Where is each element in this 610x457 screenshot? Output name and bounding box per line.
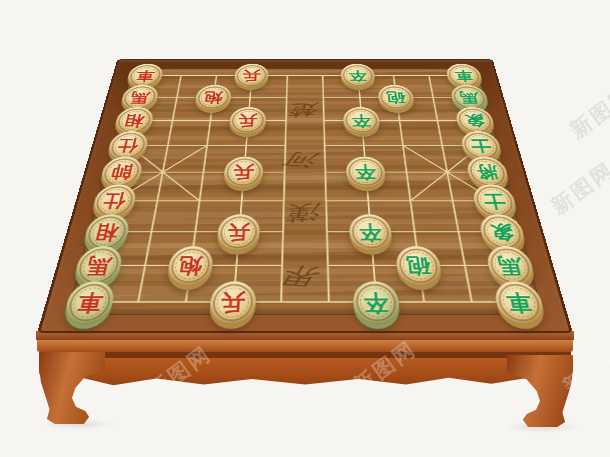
- piece-red-elephant[interactable]: 相: [81, 214, 132, 250]
- piece-green-horse[interactable]: 馬: [484, 246, 537, 285]
- piece-green-soldier[interactable]: 卒: [352, 281, 401, 324]
- piece-character: 卒: [348, 69, 367, 82]
- piece-character: 車: [504, 291, 534, 314]
- piece-red-chariot[interactable]: 車: [62, 281, 118, 324]
- piece-red-horse[interactable]: 馬: [72, 246, 125, 285]
- piece-red-elephant[interactable]: 相: [113, 107, 156, 134]
- piece-green-cannon[interactable]: 砲: [395, 246, 444, 285]
- site-watermark: 新图网: [565, 80, 610, 145]
- piece-red-soldier[interactable]: 兵: [216, 214, 261, 250]
- piece-green-soldier[interactable]: 卒: [345, 157, 386, 188]
- piece-character: 象: [488, 222, 515, 241]
- piece-character: 將: [475, 164, 500, 181]
- piece-character: 兵: [220, 291, 246, 314]
- piece-character: 車: [75, 291, 105, 314]
- piece-green-cannon[interactable]: 砲: [377, 85, 415, 110]
- piece-character: 卒: [351, 113, 371, 127]
- piece-character: 兵: [238, 113, 258, 127]
- tabletop-bullnose-molding: [37, 340, 573, 352]
- piece-character: 馬: [85, 255, 113, 276]
- piece-red-cannon[interactable]: 炮: [194, 85, 232, 110]
- piece-green-advisor[interactable]: 士: [471, 184, 519, 218]
- piece-character: 兵: [227, 222, 251, 241]
- piece-character: 車: [453, 69, 474, 82]
- pieces-grid: 車兵卒車馬炮砲馬相兵卒象仕士帥兵卒將仕士相兵卒象馬炮砲馬車兵卒車: [61, 65, 548, 321]
- piece-red-soldier[interactable]: 兵: [228, 107, 266, 134]
- piece-character: 兵: [233, 164, 255, 181]
- piece-character: 炮: [177, 255, 203, 276]
- piece-red-general[interactable]: 帥: [98, 157, 144, 188]
- piece-character: 象: [464, 113, 487, 127]
- tabletop-recess-molding: [39, 352, 571, 358]
- xiangqi-board: 楚河漢界 車兵卒車馬炮砲馬相兵卒象仕士帥兵卒將仕士相兵卒象馬炮砲馬車兵卒車: [37, 59, 573, 333]
- piece-red-soldier[interactable]: 兵: [223, 157, 264, 188]
- piece-green-chariot[interactable]: 車: [492, 281, 548, 324]
- table-base: [36, 331, 574, 457]
- site-watermark: 新图网: [546, 156, 610, 221]
- piece-red-advisor[interactable]: 仕: [90, 184, 138, 218]
- piece-character: 兵: [242, 69, 261, 82]
- piece-character: 帥: [109, 164, 134, 181]
- piece-character: 相: [94, 222, 121, 241]
- piece-green-general[interactable]: 將: [465, 157, 511, 188]
- piece-character: 士: [469, 138, 493, 153]
- piece-character: 相: [123, 113, 146, 127]
- piece-red-soldier[interactable]: 兵: [208, 281, 257, 324]
- photo-stage: 新图网新图网新图网新图网新图网 楚河漢界 車兵卒車馬炮砲馬相兵卒象仕士帥兵卒將仕…: [0, 0, 610, 457]
- piece-character: 車: [135, 69, 156, 82]
- piece-character: 仕: [102, 192, 128, 210]
- piece-character: 馬: [129, 91, 151, 104]
- piece-red-cannon[interactable]: 炮: [165, 246, 214, 285]
- piece-character: 卒: [355, 164, 377, 181]
- piece-green-soldier[interactable]: 卒: [340, 64, 376, 88]
- piece-character: 士: [482, 192, 508, 210]
- piece-character: 炮: [203, 91, 223, 104]
- piece-character: 卒: [363, 291, 389, 314]
- piece-character: 砲: [406, 255, 432, 276]
- piece-character: 馬: [496, 255, 524, 276]
- table-apron: [39, 358, 571, 392]
- piece-green-soldier[interactable]: 卒: [343, 107, 381, 134]
- piece-green-elephant[interactable]: 象: [477, 214, 528, 250]
- piece-green-soldier[interactable]: 卒: [348, 214, 393, 250]
- piece-green-elephant[interactable]: 象: [454, 107, 497, 134]
- piece-character: 砲: [386, 91, 406, 104]
- piece-character: 仕: [116, 138, 140, 153]
- piece-character: 卒: [359, 222, 383, 241]
- piece-red-soldier[interactable]: 兵: [233, 64, 269, 88]
- piece-character: 馬: [458, 91, 480, 104]
